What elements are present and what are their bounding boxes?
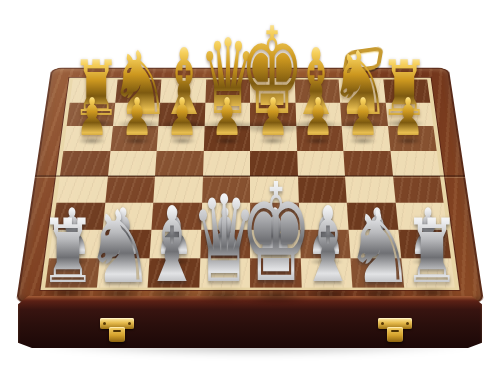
- piece-gold-pawn-a7[interactable]: ♟: [68, 93, 115, 142]
- pawn-glyph: ♟: [347, 93, 379, 142]
- piece-gold-pawn-d7[interactable]: ♟: [204, 93, 251, 142]
- piece-gold-pawn-e7[interactable]: ♟: [249, 93, 296, 142]
- square-h5[interactable]: [390, 151, 440, 176]
- clasp-left: [100, 318, 134, 346]
- square-a5[interactable]: [60, 151, 110, 176]
- piece-gold-pawn-f7[interactable]: ♟: [294, 93, 341, 142]
- chess-set-photo: ♜♞♝♛♚♝♞♜♟♟♟♟♟♟♟♟♟♟♟♟♟♟♟♟♜♞♝♛♚♝♞♜: [0, 0, 500, 377]
- pawn-glyph: ♟: [166, 93, 198, 142]
- pawn-glyph: ♟: [76, 93, 108, 142]
- screw-icon: [103, 322, 106, 325]
- clasp-slot: [113, 330, 121, 332]
- pawn-glyph: ♟: [121, 93, 153, 142]
- square-b5[interactable]: [108, 151, 157, 176]
- rook-glyph: ♜: [404, 210, 461, 294]
- screw-icon: [381, 322, 384, 325]
- screw-icon: [406, 322, 409, 325]
- screw-icon: [128, 322, 131, 325]
- clasp-slot: [391, 330, 399, 332]
- piece-gold-pawn-c7[interactable]: ♟: [159, 93, 206, 142]
- pawn-glyph: ♟: [392, 93, 424, 142]
- piece-gold-pawn-h7[interactable]: ♟: [385, 93, 432, 142]
- square-g5[interactable]: [343, 151, 392, 176]
- piece-silver-rook-h1[interactable]: ♜: [393, 210, 472, 294]
- pawn-glyph: ♟: [302, 93, 334, 142]
- clasp-right: [378, 318, 412, 346]
- pawn-glyph: ♟: [257, 93, 289, 142]
- pawn-glyph: ♟: [212, 93, 244, 142]
- piece-gold-pawn-g7[interactable]: ♟: [340, 93, 387, 142]
- piece-gold-pawn-b7[interactable]: ♟: [114, 93, 161, 142]
